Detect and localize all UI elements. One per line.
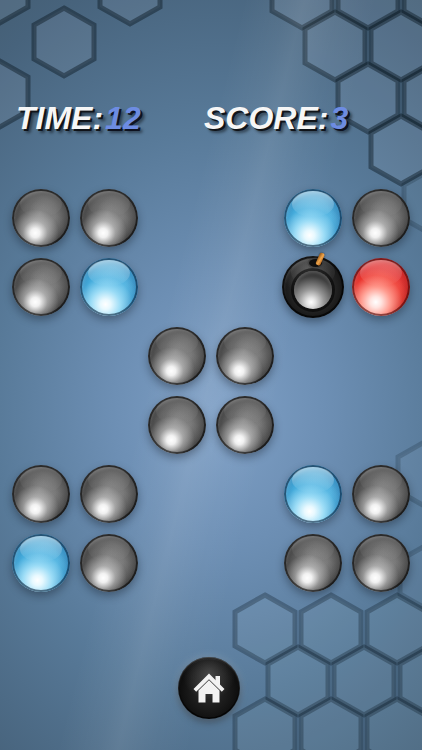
ball-gray[interactable] [216,396,274,454]
cell [211,183,279,252]
cell [143,459,211,528]
ball-gray[interactable] [12,258,70,316]
ball-gray[interactable] [352,534,410,592]
home-button[interactable] [178,657,240,719]
score-display: SCORE:3 [204,100,348,137]
bomb-body-icon [294,271,332,309]
cell [7,321,75,390]
cell [347,459,415,528]
ball-gray[interactable] [12,189,70,247]
board [7,183,415,597]
cell [347,321,415,390]
cell [211,390,279,459]
fuse-icon [316,252,326,266]
cell [143,528,211,597]
cell [347,252,415,321]
ball-gray[interactable] [80,189,138,247]
bomb[interactable] [282,256,344,318]
time-label: TIME: [16,100,103,136]
cell [143,183,211,252]
ball-blue[interactable] [284,465,342,523]
game-screen: TIME:12 SCORE:3 [0,0,422,750]
cell [279,321,347,390]
home-icon [191,670,227,706]
cell [7,252,75,321]
cell [7,459,75,528]
cell [143,321,211,390]
cell [279,528,347,597]
cell [75,528,143,597]
cell [347,528,415,597]
score-value: 3 [330,100,348,136]
ball-blue[interactable] [284,189,342,247]
ball-gray[interactable] [216,327,274,385]
ball-gray[interactable] [352,465,410,523]
cell [347,183,415,252]
cell [279,252,347,321]
ball-gray[interactable] [284,534,342,592]
ball-gray[interactable] [80,534,138,592]
cell [75,183,143,252]
cell [7,528,75,597]
time-value: 12 [105,100,141,136]
ball-red[interactable] [352,258,410,316]
ball-gray[interactable] [12,465,70,523]
cell [211,321,279,390]
time-display: TIME:12 [16,100,141,137]
cell [75,390,143,459]
cell [279,459,347,528]
cell [7,183,75,252]
cell [279,390,347,459]
cell [211,252,279,321]
cell [211,459,279,528]
ball-gray[interactable] [80,465,138,523]
cell [75,459,143,528]
cell [211,528,279,597]
ball-blue[interactable] [12,534,70,592]
cell [143,390,211,459]
ball-blue[interactable] [80,258,138,316]
score-label: SCORE: [204,100,328,136]
ball-gray[interactable] [148,396,206,454]
cell [75,321,143,390]
cell [143,252,211,321]
ball-gray[interactable] [352,189,410,247]
cell [279,183,347,252]
ball-gray[interactable] [148,327,206,385]
cell [347,390,415,459]
cell [75,252,143,321]
cell [7,390,75,459]
